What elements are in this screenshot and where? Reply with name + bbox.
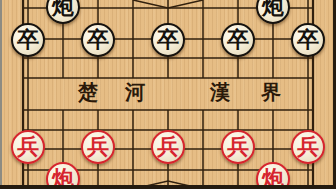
piece-black-soldier-g3[interactable]: 卒 [221, 23, 255, 57]
piece-black-soldier-a3[interactable]: 卒 [11, 23, 45, 57]
pieces-layer: 炮炮卒卒卒卒卒兵兵兵兵兵炮炮 [0, 0, 336, 189]
piece-black-soldier-e3[interactable]: 卒 [151, 23, 185, 57]
black-soldier-glyph: 卒 [227, 22, 249, 56]
piece-black-soldier-c3[interactable]: 卒 [81, 23, 115, 57]
piece-red-soldier-g6[interactable]: 兵 [221, 130, 255, 164]
black-soldier-glyph: 卒 [17, 22, 39, 56]
black-soldier-glyph: 卒 [157, 22, 179, 56]
black-soldier-glyph: 卒 [87, 22, 109, 56]
piece-black-cannon-b2[interactable]: 炮 [46, 0, 80, 24]
xiangqi-board: 楚 河 漢 界 炮炮卒卒卒卒卒兵兵兵兵兵炮炮 [0, 0, 336, 189]
black-soldier-glyph: 卒 [297, 22, 319, 56]
piece-red-soldier-e6[interactable]: 兵 [151, 130, 185, 164]
screen-edge-left [0, 0, 2, 189]
red-soldier-glyph: 兵 [87, 129, 109, 163]
black-cannon-glyph: 炮 [262, 0, 284, 23]
red-soldier-glyph: 兵 [297, 129, 319, 163]
piece-black-soldier-i3[interactable]: 卒 [291, 23, 325, 57]
piece-red-soldier-i6[interactable]: 兵 [291, 130, 325, 164]
red-soldier-glyph: 兵 [227, 129, 249, 163]
red-soldier-glyph: 兵 [17, 129, 39, 163]
red-soldier-glyph: 兵 [157, 129, 179, 163]
piece-black-cannon-h2[interactable]: 炮 [256, 0, 290, 24]
screen-edge-bottom [0, 185, 336, 189]
piece-red-soldier-a6[interactable]: 兵 [11, 130, 45, 164]
piece-red-soldier-c6[interactable]: 兵 [81, 130, 115, 164]
black-cannon-glyph: 炮 [52, 0, 74, 23]
